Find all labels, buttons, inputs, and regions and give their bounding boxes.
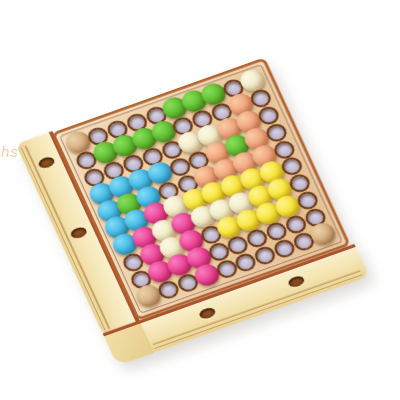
- product-photo-scene: hs: [0, 0, 400, 400]
- board-hole: [282, 158, 302, 175]
- board-hole: [228, 236, 248, 253]
- side-hole: [198, 306, 217, 320]
- board-hole: [259, 107, 279, 124]
- board-hole: [297, 192, 317, 209]
- board-hole: [209, 243, 229, 260]
- side-hole: [287, 275, 306, 289]
- board-hole: [267, 223, 287, 240]
- board-hole: [159, 281, 179, 298]
- side-hole: [69, 226, 88, 240]
- board-hole: [217, 260, 237, 277]
- board-hole: [290, 175, 310, 192]
- watermark: hs: [1, 143, 19, 160]
- board-hole: [251, 90, 271, 107]
- board-hole: [286, 216, 306, 233]
- board-hole: [236, 253, 256, 270]
- board-hole: [266, 124, 286, 141]
- side-hole: [37, 156, 56, 170]
- board-hole: [170, 158, 190, 175]
- board-hole: [255, 246, 275, 263]
- board-hole: [247, 230, 267, 247]
- board-hole: [274, 240, 294, 257]
- board-hole: [274, 141, 294, 158]
- bead-board: [51, 57, 350, 320]
